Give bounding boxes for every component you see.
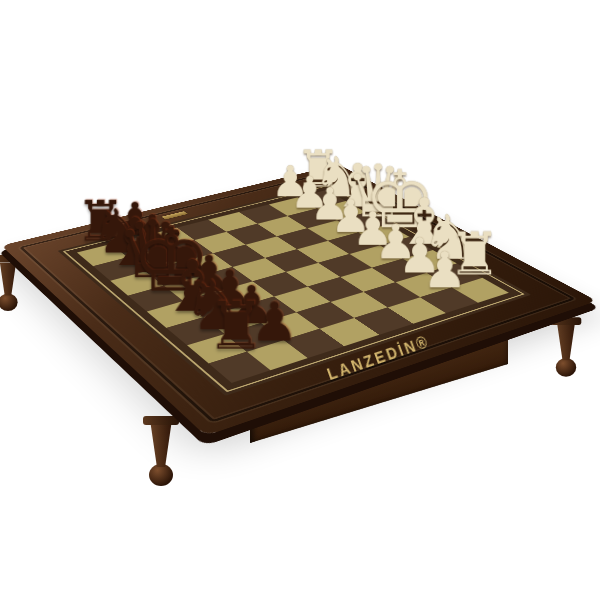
piece-black-rook: ♜ — [206, 293, 265, 359]
board-field: ♜♟♟♜♞♟♟♞♝♟♟♝♛♟♟♛♚♟♟♚♝♟♟♝♞♟♟♞♜♟♟♜ — [58, 183, 532, 395]
piece-white-pawn: ♟ — [422, 245, 467, 295]
square-h8: ♜ — [209, 352, 271, 383]
scene-3d: ♜♟♟♜♞♟♟♞♝♟♟♝♛♟♟♛♚♟♟♚♝♟♟♝♞♟♟♞♜♟♟♜ LANZEDİ… — [0, 0, 600, 600]
product-photo: ♜♟♟♜♞♟♟♞♝♟♟♝♛♟♟♛♚♟♟♚♝♟♟♝♞♟♟♞♜♟♟♜ LANZEDİ… — [0, 0, 600, 600]
square-b3 — [258, 216, 308, 236]
chess-table-top: ♜♟♟♜♞♟♟♞♝♟♟♝♛♟♟♛♚♟♟♚♝♟♟♝♞♟♟♞♜♟♟♜ LANZEDİ… — [1, 164, 597, 435]
